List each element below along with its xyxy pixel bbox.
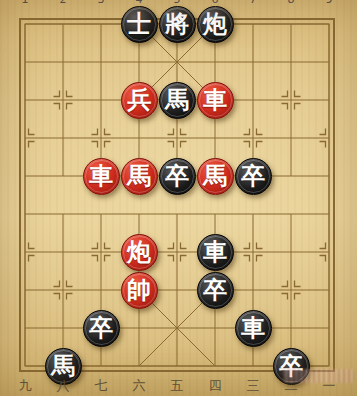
piece-red-soldier[interactable]: 兵 [121, 82, 158, 119]
piece-red-chariot[interactable]: 車 [197, 82, 234, 119]
piece-black-soldier[interactable]: 卒 [83, 310, 120, 347]
piece-black-advisor[interactable]: 士 [121, 6, 158, 43]
piece-black-chariot[interactable]: 車 [197, 234, 234, 271]
piece-red-horse[interactable]: 馬 [197, 158, 234, 195]
watermark [283, 369, 354, 383]
piece-black-general[interactable]: 將 [159, 6, 196, 43]
piece-black-soldier[interactable]: 卒 [197, 272, 234, 309]
piece-black-horse[interactable]: 馬 [159, 82, 196, 119]
piece-black-cannon[interactable]: 炮 [197, 6, 234, 43]
xiangqi-board[interactable]: 士將炮兵馬車車馬卒馬卒炮車帥卒卒車馬卒 [6, 5, 348, 385]
xiangqi-app: 士將炮兵馬車車馬卒馬卒炮車帥卒卒車馬卒 123456789九八七六五四三二一 [0, 0, 357, 396]
piece-black-horse[interactable]: 馬 [45, 348, 82, 385]
piece-black-soldier[interactable]: 卒 [235, 158, 272, 195]
piece-red-horse[interactable]: 馬 [121, 158, 158, 195]
piece-red-general[interactable]: 帥 [121, 272, 158, 309]
piece-black-chariot[interactable]: 車 [235, 310, 272, 347]
piece-red-cannon[interactable]: 炮 [121, 234, 158, 271]
piece-black-soldier[interactable]: 卒 [159, 158, 196, 195]
piece-red-chariot[interactable]: 車 [83, 158, 120, 195]
